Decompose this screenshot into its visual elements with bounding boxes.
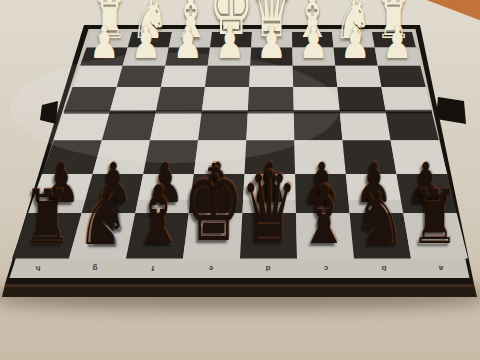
white-pawn[interactable]: ♟ [89, 20, 119, 64]
photo-scene: hgfedcba ♜♞♝♛♚♝♞♜♟♟♟♟♟♟♟♟♟♟♟♟♟♟♟♟♜♞♝♛♚♝♞… [0, 0, 480, 360]
white-pawn[interactable]: ♟ [340, 20, 370, 64]
white-pawn[interactable]: ♟ [257, 20, 287, 64]
black-king[interactable]: ♚ [183, 151, 244, 256]
pieces-layer: ♜♞♝♛♚♝♞♜♟♟♟♟♟♟♟♟♟♟♟♟♟♟♟♟♜♞♝♛♚♝♞♜ [0, 0, 480, 360]
black-rook[interactable]: ♜ [23, 181, 72, 256]
white-pawn[interactable]: ♟ [298, 20, 328, 64]
black-bishop[interactable]: ♝ [133, 175, 185, 256]
black-knight[interactable]: ♞ [353, 183, 406, 256]
black-bishop[interactable]: ♝ [298, 175, 350, 256]
white-pawn[interactable]: ♟ [215, 20, 245, 64]
white-pawn[interactable]: ♟ [382, 20, 412, 64]
black-queen[interactable]: ♛ [240, 158, 297, 255]
white-pawn[interactable]: ♟ [173, 20, 203, 64]
white-pawn[interactable]: ♟ [131, 20, 161, 64]
black-knight[interactable]: ♞ [77, 183, 130, 256]
black-rook[interactable]: ♜ [410, 181, 459, 256]
